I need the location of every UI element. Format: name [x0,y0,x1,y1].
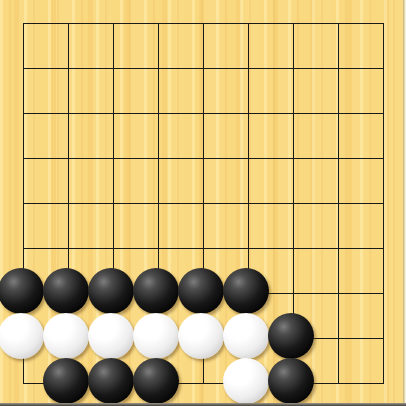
board-point[interactable] [361,136,406,181]
board-point[interactable] [1,316,46,361]
board-point[interactable] [316,361,361,406]
board-point[interactable] [226,226,271,271]
board-point[interactable] [1,271,46,316]
board-point[interactable] [181,361,226,406]
board-point[interactable] [226,136,271,181]
black-stone [133,268,179,314]
board-point[interactable] [361,46,406,91]
board-point[interactable] [316,91,361,136]
board-point[interactable] [91,1,136,46]
white-stone [178,313,224,359]
board-point[interactable] [316,1,361,46]
black-stone [178,268,224,314]
board-point[interactable] [271,1,316,46]
board-point[interactable] [271,361,316,406]
board-point[interactable] [361,91,406,136]
board-point[interactable] [316,271,361,316]
board-point[interactable] [181,181,226,226]
board-point[interactable] [136,46,181,91]
board-point[interactable] [316,316,361,361]
board-point[interactable] [226,316,271,361]
board-point[interactable] [1,91,46,136]
board-point[interactable] [361,316,406,361]
board-point[interactable] [271,136,316,181]
white-stone [223,313,269,359]
board-point[interactable] [136,271,181,316]
board-point[interactable] [1,181,46,226]
board-point[interactable] [361,361,406,406]
black-stone [43,268,89,314]
board-point[interactable] [226,271,271,316]
board-point[interactable] [46,1,91,46]
board-point[interactable] [136,181,181,226]
board-point[interactable] [316,181,361,226]
board-point[interactable] [316,226,361,271]
white-stone [0,313,44,359]
black-stone [88,358,134,404]
go-board [0,0,406,406]
board-point[interactable] [46,91,91,136]
black-stone [268,358,314,404]
black-stone [268,313,314,359]
board-point[interactable] [91,136,136,181]
board-point[interactable] [181,226,226,271]
board-point[interactable] [271,91,316,136]
board-point[interactable] [271,46,316,91]
board-point[interactable] [271,226,316,271]
board-point[interactable] [1,226,46,271]
board-point[interactable] [316,136,361,181]
board-point[interactable] [1,46,46,91]
board-point[interactable] [181,1,226,46]
board-point[interactable] [361,181,406,226]
black-stone [43,358,89,404]
board-point[interactable] [91,226,136,271]
board-point[interactable] [226,1,271,46]
board-point[interactable] [361,271,406,316]
board-point[interactable] [271,316,316,361]
board-point[interactable] [361,1,406,46]
board-point[interactable] [271,181,316,226]
board-point[interactable] [46,46,91,91]
board-point[interactable] [91,271,136,316]
board-point[interactable] [361,226,406,271]
black-stone [0,268,44,314]
board-point[interactable] [46,136,91,181]
black-stone [88,268,134,314]
board-point[interactable] [1,361,46,406]
board-point[interactable] [181,316,226,361]
board-point[interactable] [181,271,226,316]
board-point[interactable] [226,91,271,136]
board-point[interactable] [226,361,271,406]
board-point[interactable] [136,91,181,136]
board-point[interactable] [136,1,181,46]
board-point[interactable] [136,316,181,361]
white-stone [43,313,89,359]
board-point[interactable] [226,46,271,91]
board-intersections [1,1,406,406]
board-point[interactable] [91,46,136,91]
board-point[interactable] [91,361,136,406]
black-stone [133,358,179,404]
board-point[interactable] [136,361,181,406]
board-point[interactable] [181,46,226,91]
board-point[interactable] [91,316,136,361]
board-point[interactable] [316,46,361,91]
board-point[interactable] [46,226,91,271]
board-point[interactable] [136,136,181,181]
board-point[interactable] [91,181,136,226]
board-point[interactable] [226,181,271,226]
white-stone [223,358,269,404]
board-point[interactable] [1,1,46,46]
board-point[interactable] [46,271,91,316]
board-point[interactable] [271,271,316,316]
board-point[interactable] [46,181,91,226]
board-point[interactable] [136,226,181,271]
board-point[interactable] [181,91,226,136]
black-stone [223,268,269,314]
board-point[interactable] [46,361,91,406]
white-stone [133,313,179,359]
board-point[interactable] [46,316,91,361]
board-point[interactable] [1,136,46,181]
board-point[interactable] [181,136,226,181]
white-stone [88,313,134,359]
board-point[interactable] [91,91,136,136]
